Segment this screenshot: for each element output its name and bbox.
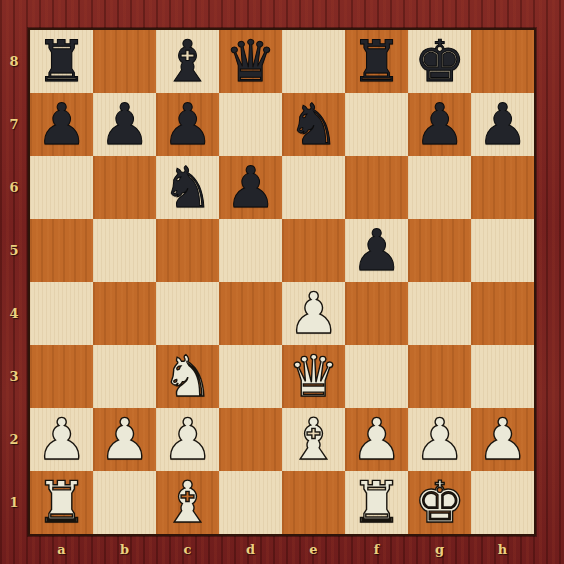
square-g3[interactable] — [408, 345, 471, 408]
piece-white-rook[interactable]: ♜ — [36, 471, 87, 534]
piece-white-pawn[interactable]: ♟ — [99, 408, 150, 471]
square-a3[interactable] — [30, 345, 93, 408]
square-d4[interactable] — [219, 282, 282, 345]
square-d8[interactable]: ♛ — [219, 30, 282, 93]
file-label-c: c — [156, 536, 219, 562]
piece-white-pawn[interactable]: ♟ — [414, 408, 465, 471]
square-g4[interactable] — [408, 282, 471, 345]
piece-white-pawn[interactable]: ♟ — [36, 408, 87, 471]
piece-white-pawn[interactable]: ♟ — [288, 282, 339, 345]
square-h3[interactable] — [471, 345, 534, 408]
square-c7[interactable]: ♟ — [156, 93, 219, 156]
square-h7[interactable]: ♟ — [471, 93, 534, 156]
piece-black-pawn[interactable]: ♟ — [225, 156, 276, 219]
chess-board: ♜♝♛♜♚♟♟♟♞♟♟♞♟♟♟♞♛♟♟♟♝♟♟♟♜♝♜♚ — [28, 28, 536, 536]
piece-white-pawn[interactable]: ♟ — [162, 408, 213, 471]
square-a2[interactable]: ♟ — [30, 408, 93, 471]
square-g8[interactable]: ♚ — [408, 30, 471, 93]
piece-black-pawn[interactable]: ♟ — [414, 93, 465, 156]
square-e6[interactable] — [282, 156, 345, 219]
square-f8[interactable]: ♜ — [345, 30, 408, 93]
square-f4[interactable] — [345, 282, 408, 345]
square-e3[interactable]: ♛ — [282, 345, 345, 408]
piece-black-rook[interactable]: ♜ — [351, 30, 402, 93]
rank-label-6: 6 — [0, 156, 28, 219]
square-f6[interactable] — [345, 156, 408, 219]
square-d1[interactable] — [219, 471, 282, 534]
square-g1[interactable]: ♚ — [408, 471, 471, 534]
file-label-g: g — [408, 536, 471, 562]
square-b4[interactable] — [93, 282, 156, 345]
square-c1[interactable]: ♝ — [156, 471, 219, 534]
piece-white-queen[interactable]: ♛ — [288, 345, 339, 408]
square-h5[interactable] — [471, 219, 534, 282]
piece-white-king[interactable]: ♚ — [414, 471, 465, 534]
square-e8[interactable] — [282, 30, 345, 93]
square-d3[interactable] — [219, 345, 282, 408]
square-b8[interactable] — [93, 30, 156, 93]
square-b6[interactable] — [93, 156, 156, 219]
square-g2[interactable]: ♟ — [408, 408, 471, 471]
file-label-b: b — [93, 536, 156, 562]
square-e4[interactable]: ♟ — [282, 282, 345, 345]
square-g6[interactable] — [408, 156, 471, 219]
piece-white-pawn[interactable]: ♟ — [477, 408, 528, 471]
piece-white-bishop[interactable]: ♝ — [288, 408, 339, 471]
square-f5[interactable]: ♟ — [345, 219, 408, 282]
piece-black-knight[interactable]: ♞ — [162, 156, 213, 219]
file-label-h: h — [471, 536, 534, 562]
rank-label-1: 1 — [0, 471, 28, 534]
square-g5[interactable] — [408, 219, 471, 282]
square-f3[interactable] — [345, 345, 408, 408]
piece-black-pawn[interactable]: ♟ — [99, 93, 150, 156]
square-h4[interactable] — [471, 282, 534, 345]
square-b5[interactable] — [93, 219, 156, 282]
square-f1[interactable]: ♜ — [345, 471, 408, 534]
square-h8[interactable] — [471, 30, 534, 93]
file-label-d: d — [219, 536, 282, 562]
piece-white-pawn[interactable]: ♟ — [351, 408, 402, 471]
square-e1[interactable] — [282, 471, 345, 534]
square-d6[interactable]: ♟ — [219, 156, 282, 219]
rank-label-7: 7 — [0, 93, 28, 156]
square-h1[interactable] — [471, 471, 534, 534]
square-a5[interactable] — [30, 219, 93, 282]
piece-black-pawn[interactable]: ♟ — [477, 93, 528, 156]
square-h6[interactable] — [471, 156, 534, 219]
square-g7[interactable]: ♟ — [408, 93, 471, 156]
square-f2[interactable]: ♟ — [345, 408, 408, 471]
piece-white-rook[interactable]: ♜ — [351, 471, 402, 534]
square-c5[interactable] — [156, 219, 219, 282]
piece-black-bishop[interactable]: ♝ — [162, 30, 213, 93]
square-b1[interactable] — [93, 471, 156, 534]
square-c8[interactable]: ♝ — [156, 30, 219, 93]
rank-label-5: 5 — [0, 219, 28, 282]
square-c6[interactable]: ♞ — [156, 156, 219, 219]
piece-white-bishop[interactable]: ♝ — [162, 471, 213, 534]
square-a7[interactable]: ♟ — [30, 93, 93, 156]
square-e7[interactable]: ♞ — [282, 93, 345, 156]
piece-black-pawn[interactable]: ♟ — [162, 93, 213, 156]
rank-label-2: 2 — [0, 408, 28, 471]
square-a1[interactable]: ♜ — [30, 471, 93, 534]
square-b7[interactable]: ♟ — [93, 93, 156, 156]
square-b2[interactable]: ♟ — [93, 408, 156, 471]
square-e5[interactable] — [282, 219, 345, 282]
file-label-e: e — [282, 536, 345, 562]
square-d5[interactable] — [219, 219, 282, 282]
piece-black-rook[interactable]: ♜ — [36, 30, 87, 93]
square-b3[interactable] — [93, 345, 156, 408]
square-a6[interactable] — [30, 156, 93, 219]
piece-white-knight[interactable]: ♞ — [162, 345, 213, 408]
square-h2[interactable]: ♟ — [471, 408, 534, 471]
square-c4[interactable] — [156, 282, 219, 345]
square-c2[interactable]: ♟ — [156, 408, 219, 471]
square-a8[interactable]: ♜ — [30, 30, 93, 93]
square-f7[interactable] — [345, 93, 408, 156]
piece-black-knight[interactable]: ♞ — [288, 93, 339, 156]
piece-black-pawn[interactable]: ♟ — [351, 219, 402, 282]
square-d7[interactable] — [219, 93, 282, 156]
square-c3[interactable]: ♞ — [156, 345, 219, 408]
square-a4[interactable] — [30, 282, 93, 345]
piece-black-pawn[interactable]: ♟ — [36, 93, 87, 156]
piece-black-queen[interactable]: ♛ — [225, 30, 276, 93]
square-e2[interactable]: ♝ — [282, 408, 345, 471]
rank-label-8: 8 — [0, 30, 28, 93]
file-label-a: a — [30, 536, 93, 562]
board-frame: ♜♝♛♜♚♟♟♟♞♟♟♞♟♟♟♞♛♟♟♟♝♟♟♟♜♝♜♚ 87654321 ab… — [0, 0, 564, 564]
rank-label-4: 4 — [0, 282, 28, 345]
rank-label-3: 3 — [0, 345, 28, 408]
file-label-f: f — [345, 536, 408, 562]
square-d2[interactable] — [219, 408, 282, 471]
piece-black-king[interactable]: ♚ — [414, 30, 465, 93]
